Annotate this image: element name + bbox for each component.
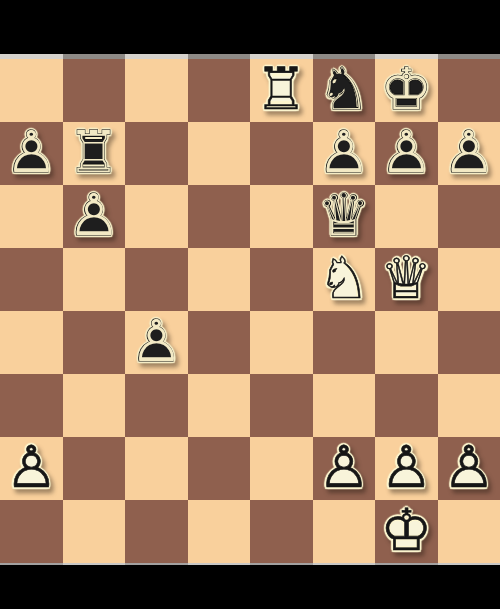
square-b8[interactable]	[63, 59, 126, 122]
square-g4[interactable]	[375, 311, 438, 374]
piece-black-queen-f6[interactable]: ♛♕	[313, 185, 376, 248]
square-f8[interactable]: ♞♘	[313, 59, 376, 122]
rook-glyph-fill: ♜	[255, 60, 307, 118]
rook-glyph-fill: ♜	[68, 123, 120, 181]
square-g7[interactable]: ♟♙	[375, 122, 438, 185]
piece-white-rook-e8[interactable]: ♜♖	[250, 59, 313, 122]
square-f7[interactable]: ♟♙	[313, 122, 376, 185]
pawn-glyph-fill: ♟	[318, 438, 370, 496]
square-h1[interactable]	[438, 500, 500, 563]
piece-black-knight-f8[interactable]: ♞♘	[313, 59, 376, 122]
pawn-glyph-fill: ♟	[318, 123, 370, 181]
square-d2[interactable]	[188, 437, 251, 500]
square-h7[interactable]: ♟♙	[438, 122, 500, 185]
square-g8[interactable]: ♚♔	[375, 59, 438, 122]
knight-glyph-fill: ♞	[318, 249, 370, 307]
square-f2[interactable]: ♟♙	[313, 437, 376, 500]
square-e3[interactable]	[250, 374, 313, 437]
square-a5[interactable]	[0, 248, 63, 311]
queen-glyph-outline: ♕	[380, 249, 432, 307]
square-c4[interactable]: ♟♙	[125, 311, 188, 374]
square-c2[interactable]	[125, 437, 188, 500]
square-g6[interactable]	[375, 185, 438, 248]
square-e2[interactable]	[250, 437, 313, 500]
pawn-glyph-outline: ♙	[68, 186, 120, 244]
square-h3[interactable]	[438, 374, 500, 437]
square-f1[interactable]	[313, 500, 376, 563]
square-e1[interactable]	[250, 500, 313, 563]
square-c6[interactable]	[125, 185, 188, 248]
square-d7[interactable]	[188, 122, 251, 185]
square-c3[interactable]	[125, 374, 188, 437]
piece-black-pawn-c4[interactable]: ♟♙	[125, 311, 188, 374]
square-f4[interactable]	[313, 311, 376, 374]
queen-glyph-fill: ♛	[318, 186, 370, 244]
knight-glyph-outline: ♘	[318, 249, 370, 307]
king-glyph-fill: ♚	[380, 501, 432, 559]
pawn-glyph-fill: ♟	[5, 438, 57, 496]
square-f6[interactable]: ♛♕	[313, 185, 376, 248]
square-d5[interactable]	[188, 248, 251, 311]
piece-black-pawn-a7[interactable]: ♟♙	[0, 122, 63, 185]
pawn-glyph-fill: ♟	[380, 438, 432, 496]
rook-glyph-outline: ♖	[255, 60, 307, 118]
pawn-glyph-outline: ♙	[5, 438, 57, 496]
piece-black-pawn-f7[interactable]: ♟♙	[313, 122, 376, 185]
square-d6[interactable]	[188, 185, 251, 248]
square-c1[interactable]	[125, 500, 188, 563]
square-e4[interactable]	[250, 311, 313, 374]
knight-glyph-outline: ♘	[318, 60, 370, 118]
square-b7[interactable]: ♜♖	[63, 122, 126, 185]
square-g5[interactable]: ♛♕	[375, 248, 438, 311]
square-h8[interactable]	[438, 59, 500, 122]
king-glyph-outline: ♔	[380, 501, 432, 559]
chess-app-screen: ♜♖♞♘♚♔♟♙♜♖♟♙♟♙♟♙♟♙♛♕♞♘♛♕♟♙♟♙♟♙♟♙♟♙♚♔	[0, 0, 500, 609]
pawn-glyph-fill: ♟	[5, 123, 57, 181]
square-c5[interactable]	[125, 248, 188, 311]
piece-black-pawn-b6[interactable]: ♟♙	[63, 185, 126, 248]
square-b3[interactable]	[63, 374, 126, 437]
piece-white-pawn-g2[interactable]: ♟♙	[375, 437, 438, 500]
pawn-glyph-outline: ♙	[443, 123, 495, 181]
square-a7[interactable]: ♟♙	[0, 122, 63, 185]
pawn-glyph-fill: ♟	[380, 123, 432, 181]
square-a6[interactable]	[0, 185, 63, 248]
king-glyph-fill: ♚	[380, 60, 432, 118]
piece-white-king-g1[interactable]: ♚♔	[375, 500, 438, 563]
chess-board: ♜♖♞♘♚♔♟♙♜♖♟♙♟♙♟♙♟♙♛♕♞♘♛♕♟♙♟♙♟♙♟♙♟♙♚♔	[0, 59, 500, 563]
piece-white-knight-f5[interactable]: ♞♘	[313, 248, 376, 311]
square-g1[interactable]: ♚♔	[375, 500, 438, 563]
square-b4[interactable]	[63, 311, 126, 374]
rook-glyph-outline: ♖	[68, 123, 120, 181]
square-g2[interactable]: ♟♙	[375, 437, 438, 500]
square-d1[interactable]	[188, 500, 251, 563]
piece-black-pawn-h7[interactable]: ♟♙	[438, 122, 500, 185]
square-f5[interactable]: ♞♘	[313, 248, 376, 311]
square-c8[interactable]	[125, 59, 188, 122]
pawn-glyph-fill: ♟	[68, 186, 120, 244]
square-b1[interactable]	[63, 500, 126, 563]
square-c7[interactable]	[125, 122, 188, 185]
pawn-glyph-outline: ♙	[380, 438, 432, 496]
pawn-glyph-outline: ♙	[318, 438, 370, 496]
queen-glyph-fill: ♛	[380, 249, 432, 307]
piece-black-rook-b7[interactable]: ♜♖	[63, 122, 126, 185]
square-f3[interactable]	[313, 374, 376, 437]
square-a3[interactable]	[0, 374, 63, 437]
square-a1[interactable]	[0, 500, 63, 563]
piece-white-pawn-a2[interactable]: ♟♙	[0, 437, 63, 500]
pawn-glyph-outline: ♙	[443, 438, 495, 496]
square-e6[interactable]	[250, 185, 313, 248]
square-b2[interactable]	[63, 437, 126, 500]
pawn-glyph-fill: ♟	[443, 438, 495, 496]
pawn-glyph-outline: ♙	[380, 123, 432, 181]
square-a2[interactable]: ♟♙	[0, 437, 63, 500]
square-b6[interactable]: ♟♙	[63, 185, 126, 248]
square-a4[interactable]	[0, 311, 63, 374]
king-glyph-outline: ♔	[380, 60, 432, 118]
square-h2[interactable]: ♟♙	[438, 437, 500, 500]
square-g3[interactable]	[375, 374, 438, 437]
pawn-glyph-fill: ♟	[130, 312, 182, 370]
letterbox-bottom	[0, 565, 500, 609]
pawn-glyph-outline: ♙	[318, 123, 370, 181]
square-h6[interactable]	[438, 185, 500, 248]
pawn-glyph-fill: ♟	[443, 123, 495, 181]
piece-white-pawn-f2[interactable]: ♟♙	[313, 437, 376, 500]
square-e5[interactable]	[250, 248, 313, 311]
queen-glyph-outline: ♕	[318, 186, 370, 244]
pawn-glyph-outline: ♙	[5, 123, 57, 181]
piece-black-king-g8[interactable]: ♚♔	[375, 59, 438, 122]
piece-white-pawn-h2[interactable]: ♟♙	[438, 437, 500, 500]
piece-black-pawn-g7[interactable]: ♟♙	[375, 122, 438, 185]
square-h4[interactable]	[438, 311, 500, 374]
knight-glyph-fill: ♞	[318, 60, 370, 118]
square-e8[interactable]: ♜♖	[250, 59, 313, 122]
square-d3[interactable]	[188, 374, 251, 437]
letterbox-top	[0, 0, 500, 54]
piece-white-queen-g5[interactable]: ♛♕	[375, 248, 438, 311]
square-d4[interactable]	[188, 311, 251, 374]
square-d8[interactable]	[188, 59, 251, 122]
square-a8[interactable]	[0, 59, 63, 122]
square-e7[interactable]	[250, 122, 313, 185]
pawn-glyph-outline: ♙	[130, 312, 182, 370]
square-b5[interactable]	[63, 248, 126, 311]
square-h5[interactable]	[438, 248, 500, 311]
